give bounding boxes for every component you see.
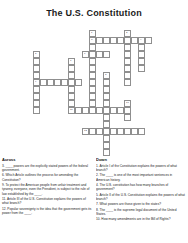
down-clues-section: Down 1. Article I of the Constitution ex… (96, 157, 186, 243)
grid-cell-r6c5[interactable] (68, 72, 75, 79)
down-clue-2: 2. The ____ is one of the most important… (96, 173, 186, 182)
grid-cell-r13c10[interactable] (103, 121, 110, 128)
grid-cell-r7c6[interactable] (75, 79, 82, 86)
grid-cell-r3c0[interactable]: 5 (33, 51, 40, 58)
grid-cell-r1c13[interactable] (124, 37, 131, 44)
grid-cell-r6c0[interactable] (33, 72, 40, 79)
grid-cell-r15c10[interactable] (103, 135, 110, 142)
clue-number-label: 5 (35, 52, 36, 55)
grid-cell-r2c8[interactable] (89, 44, 96, 51)
grid-cell-r3c8[interactable] (89, 51, 96, 58)
grid-cell-r10c13[interactable]: 10 (124, 100, 131, 107)
grid-cell-r11c7[interactable] (82, 107, 89, 114)
grid-cell-r11c5[interactable]: 11 (68, 107, 75, 114)
clue-number-label: 12 (84, 129, 87, 132)
grid-cell-r7c0[interactable]: 9 (33, 79, 40, 86)
clue-number-label: 7 (70, 59, 71, 62)
grid-cell-r11c9[interactable] (96, 107, 103, 114)
across-clue-6: 6. Which Article outlines the process fo… (2, 173, 92, 182)
down-clue-10: 10. How many amendments are in the Bill … (96, 217, 186, 221)
grid-cell-r5c5[interactable] (68, 65, 75, 72)
grid-cell-r5c15[interactable] (138, 65, 145, 72)
grid-cell-r1c15[interactable]: 4 (138, 37, 145, 44)
grid-cell-r8c8[interactable] (89, 86, 96, 93)
grid-cell-r6c10[interactable]: 8 (103, 72, 110, 79)
grid-cell-r10c10[interactable] (103, 100, 110, 107)
grid-cell-r2c15[interactable] (138, 44, 145, 51)
grid-cell-r10c5[interactable] (68, 100, 75, 107)
clue-number-label: 3 (91, 38, 92, 41)
clue-number-label: 8 (105, 73, 106, 76)
grid-cell-r5c8[interactable] (89, 65, 96, 72)
grid-cell-r4c0[interactable] (33, 58, 40, 65)
grid-cell-r11c10[interactable] (103, 107, 110, 114)
grid-cell-r11c11[interactable] (110, 107, 117, 114)
grid-cell-r3c15[interactable] (138, 51, 145, 58)
grid-cell-r6c13[interactable] (124, 72, 131, 79)
grid-cell-r8c5[interactable] (68, 86, 75, 93)
grid-cell-r4c13[interactable] (124, 58, 131, 65)
grid-cell-r7c4[interactable] (61, 79, 68, 86)
clue-number-label: 2 (126, 31, 127, 34)
grid-cell-r9c8[interactable] (89, 93, 96, 100)
across-clue-9: 9. To protect the American people from u… (2, 183, 92, 196)
grid-cell-r5c0[interactable] (33, 65, 40, 72)
across-clue-list: 3. ____ powers are the explicitly stated… (2, 163, 92, 215)
down-clue-7: 7. What powers are those given to the st… (96, 202, 186, 206)
clue-number-label: 1 (91, 31, 92, 34)
across-header: Across (2, 157, 92, 162)
grid-cell-r1c16[interactable] (145, 37, 152, 44)
grid-cell-r0c13[interactable]: 2 (124, 30, 131, 37)
clue-number-label: 6 (84, 52, 85, 55)
grid-cell-r8c10[interactable] (103, 86, 110, 93)
grid-cell-r4c15[interactable] (138, 58, 145, 65)
grid-cell-r1c8[interactable]: 3 (89, 37, 96, 44)
grid-cell-r1c9[interactable] (96, 37, 103, 44)
grid-cell-r14c7[interactable]: 12 (82, 128, 89, 135)
grid-cell-r6c8[interactable] (89, 72, 96, 79)
grid-cell-r11c13[interactable] (124, 107, 131, 114)
down-clue-4: 4. The U.S. constitution has how many br… (96, 183, 186, 192)
grid-cell-r0c8[interactable]: 1 (89, 30, 96, 37)
grid-cell-r7c2[interactable] (47, 79, 54, 86)
grid-cell-r9c5[interactable] (68, 93, 75, 100)
grid-cell-r14c15[interactable] (138, 128, 145, 135)
grid-cell-r3c9[interactable] (96, 51, 103, 58)
grid-cell-r10c8[interactable] (89, 100, 96, 107)
grid-cell-r1c10[interactable] (103, 37, 110, 44)
clue-number-label: 9 (35, 80, 36, 83)
grid-cell-r10c0[interactable] (33, 100, 40, 107)
grid-cell-r4c8[interactable] (89, 58, 96, 65)
down-clue-1: 1. Article I of the Constitution explain… (96, 163, 186, 172)
grid-cell-r3c10[interactable] (103, 51, 110, 58)
down-clue-8: 8. The ____ is the supreme legal documen… (96, 207, 186, 216)
grid-cell-r2c13[interactable] (124, 44, 131, 51)
grid-cell-r9c0[interactable] (33, 93, 40, 100)
grid-cell-r14c9[interactable] (96, 128, 103, 135)
grid-cell-r7c3[interactable] (54, 79, 61, 86)
grid-cell-r11c8[interactable] (89, 107, 96, 114)
clue-number-label: 11 (70, 108, 73, 111)
clue-number-label: 10 (126, 101, 129, 104)
grid-cell-r14c8[interactable] (89, 128, 96, 135)
grid-cell-r11c12[interactable] (117, 107, 124, 114)
grid-cell-r14c13[interactable] (124, 128, 131, 135)
grid-cell-r3c7[interactable]: 6 (82, 51, 89, 58)
grid-cell-r1c14[interactable] (131, 37, 138, 44)
grid-cell-r14c12[interactable] (117, 128, 124, 135)
grid-cell-r9c10[interactable] (103, 93, 110, 100)
grid-cell-r14c11[interactable] (110, 128, 117, 135)
grid-cell-r1c11[interactable] (110, 37, 117, 44)
grid-cell-r11c0[interactable] (33, 107, 40, 114)
puzzle-title: The U.S. Constitution (0, 8, 188, 18)
grid-cell-r1c12[interactable] (117, 37, 124, 44)
down-clue-5: 5. Article II of the U.S. Constitution e… (96, 192, 186, 201)
grid-cell-r7c13[interactable] (124, 79, 131, 86)
grid-cell-r7c1[interactable] (40, 79, 47, 86)
puzzle-page: The U.S. Constitution 123456789101112 Ac… (0, 0, 188, 243)
across-clue-11: 11. Article III of the U.S. Constitution… (2, 197, 92, 206)
grid-cell-r16c10[interactable] (103, 142, 110, 149)
grid-cell-r5c13[interactable] (124, 65, 131, 72)
grid-cell-r8c0[interactable] (33, 86, 40, 93)
crossword-grid: 123456789101112 (33, 30, 152, 156)
grid-cell-r7c5[interactable] (68, 79, 75, 86)
grid-cell-r3c13[interactable] (124, 51, 131, 58)
grid-cell-r4c5[interactable]: 7 (68, 58, 75, 65)
grid-cell-r17c10[interactable] (103, 149, 110, 156)
grid-cell-r12c10[interactable] (103, 114, 110, 121)
grid-cell-r14c10[interactable] (103, 128, 110, 135)
grid-cell-r7c10[interactable] (103, 79, 110, 86)
across-clue-3: 3. ____ powers are the explicitly stated… (2, 163, 92, 172)
grid-cell-r7c8[interactable] (89, 79, 96, 86)
down-clue-list: 1. Article I of the Constitution explain… (96, 163, 186, 221)
grid-cell-r12c13[interactable] (124, 114, 131, 121)
down-header: Down (96, 157, 186, 162)
across-clues-section: Across 3. ____ powers are the explicitly… (2, 157, 92, 243)
grid-cell-r11c6[interactable] (75, 107, 82, 114)
clue-number-label: 4 (140, 38, 141, 41)
grid-cell-r14c14[interactable] (131, 128, 138, 135)
across-clue-12: 12. Popular sovereignty is the idea that… (2, 206, 92, 215)
